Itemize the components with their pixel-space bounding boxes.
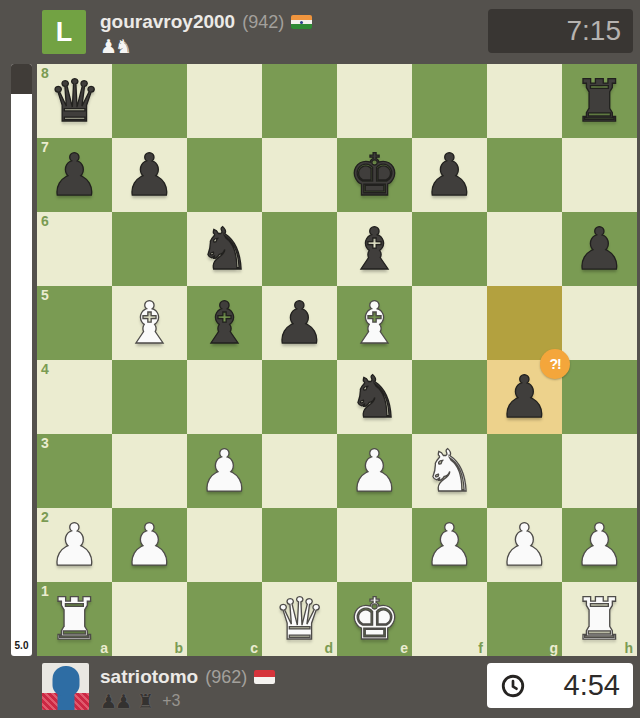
india-flag-icon xyxy=(291,15,312,29)
white-pawn-h2[interactable]: ♟ xyxy=(562,508,637,582)
square-e1[interactable]: e♚ xyxy=(337,582,412,656)
clock-icon xyxy=(500,673,526,699)
square-a5[interactable]: 5 xyxy=(37,286,112,360)
captured-white-knight-icon: ♞ xyxy=(115,36,132,56)
rank-label-1: 1 xyxy=(41,583,49,599)
avatar-letter-label: L xyxy=(56,17,73,48)
material-advantage: +3 xyxy=(162,692,180,710)
square-d6[interactable] xyxy=(262,212,337,286)
inaccuracy-badge: ?! xyxy=(540,349,570,379)
square-e4[interactable]: ♞ xyxy=(337,360,412,434)
white-pawn-c3[interactable]: ♟ xyxy=(187,434,262,508)
square-h8[interactable]: ♜ xyxy=(562,64,637,138)
square-a1[interactable]: 1a♜ xyxy=(37,582,112,656)
rank-label-4: 4 xyxy=(41,361,49,377)
captured-black-pawn-icon: ♟ xyxy=(115,691,132,711)
square-f7[interactable]: ♟ xyxy=(412,138,487,212)
file-label-e: e xyxy=(400,640,408,656)
black-rook-h8[interactable]: ♜ xyxy=(562,64,637,138)
square-g1[interactable]: g xyxy=(487,582,562,656)
top-player-bar: L gouravroy2000 (942) ♟ ♞ 7:15 xyxy=(0,0,640,62)
square-g2[interactable]: ♟ xyxy=(487,508,562,582)
rank-label-2: 2 xyxy=(41,509,49,525)
black-king-e7[interactable]: ♚ xyxy=(337,138,412,212)
square-a3[interactable]: 3 xyxy=(37,434,112,508)
white-bishop-e5[interactable]: ♝ xyxy=(337,286,412,360)
captured-black-rook-icon: ♜ xyxy=(137,691,154,711)
bottom-player-clock: 4:54 xyxy=(487,663,633,708)
file-label-d: d xyxy=(324,640,333,656)
square-b6[interactable] xyxy=(112,212,187,286)
white-pawn-e3[interactable]: ♟ xyxy=(337,434,412,508)
square-a8[interactable]: 8♛ xyxy=(37,64,112,138)
square-h4[interactable] xyxy=(562,360,637,434)
white-pawn-f2[interactable]: ♟ xyxy=(412,508,487,582)
square-d8[interactable] xyxy=(262,64,337,138)
evaluation-bar-black-portion xyxy=(11,64,32,94)
indonesia-flag-icon xyxy=(254,670,275,684)
square-a7[interactable]: 7♟ xyxy=(37,138,112,212)
square-b1[interactable]: b xyxy=(112,582,187,656)
rank-label-3: 3 xyxy=(41,435,49,451)
square-f4[interactable] xyxy=(412,360,487,434)
square-d4[interactable] xyxy=(262,360,337,434)
square-h2[interactable]: ♟ xyxy=(562,508,637,582)
top-player-clock: 7:15 xyxy=(488,9,633,53)
square-e7[interactable]: ♚ xyxy=(337,138,412,212)
square-e2[interactable] xyxy=(337,508,412,582)
bottom-player-username: satriotomo xyxy=(100,666,198,688)
black-pawn-d5[interactable]: ♟ xyxy=(262,286,337,360)
square-e8[interactable] xyxy=(337,64,412,138)
square-a4[interactable]: 4 xyxy=(37,360,112,434)
evaluation-value: 5.0 xyxy=(11,640,32,651)
rank-label-5: 5 xyxy=(41,287,49,303)
top-player-captured-pieces: ♟ ♞ xyxy=(100,35,312,57)
file-label-h: h xyxy=(624,640,633,656)
black-pawn-f7[interactable]: ♟ xyxy=(412,138,487,212)
avatar-head xyxy=(52,666,79,696)
bottom-player-avatar[interactable] xyxy=(42,663,89,710)
black-pawn-h6[interactable]: ♟ xyxy=(562,212,637,286)
file-label-f: f xyxy=(478,640,483,656)
bottom-player-rating: (962) xyxy=(205,667,247,688)
white-knight-f3[interactable]: ♞ xyxy=(412,434,487,508)
square-g8[interactable] xyxy=(487,64,562,138)
square-g6[interactable] xyxy=(487,212,562,286)
file-label-b: b xyxy=(174,640,183,656)
top-player-info[interactable]: gouravroy2000 (942) ♟ ♞ xyxy=(100,11,312,57)
chess-board[interactable]: ?! 8♛♜7♟♟♚♟6♞♝♟5♝♝♟♝4♞♟3♟♟♞2♟♟♟♟♟1a♜bcd♛… xyxy=(37,64,637,656)
top-player-avatar[interactable]: L xyxy=(42,10,86,54)
black-pawn-b7[interactable]: ♟ xyxy=(112,138,187,212)
black-knight-e4[interactable]: ♞ xyxy=(337,360,412,434)
square-h3[interactable] xyxy=(562,434,637,508)
square-b7[interactable]: ♟ xyxy=(112,138,187,212)
square-c8[interactable] xyxy=(187,64,262,138)
square-e6[interactable]: ♝ xyxy=(337,212,412,286)
square-h7[interactable] xyxy=(562,138,637,212)
white-bishop-b5[interactable]: ♝ xyxy=(112,286,187,360)
square-f6[interactable] xyxy=(412,212,487,286)
square-g3[interactable] xyxy=(487,434,562,508)
square-b4[interactable] xyxy=(112,360,187,434)
square-d7[interactable] xyxy=(262,138,337,212)
square-d2[interactable] xyxy=(262,508,337,582)
black-bishop-c5[interactable]: ♝ xyxy=(187,286,262,360)
rank-label-6: 6 xyxy=(41,213,49,229)
square-c1[interactable]: c xyxy=(187,582,262,656)
square-h1[interactable]: h♜ xyxy=(562,582,637,656)
top-player-rating: (942) xyxy=(242,12,284,33)
square-d5[interactable]: ♟ xyxy=(262,286,337,360)
square-c5[interactable]: ♝ xyxy=(187,286,262,360)
square-g7[interactable] xyxy=(487,138,562,212)
top-player-time: 7:15 xyxy=(488,15,633,47)
square-b2[interactable]: ♟ xyxy=(112,508,187,582)
evaluation-bar: 5.0 xyxy=(11,64,32,656)
square-h6[interactable]: ♟ xyxy=(562,212,637,286)
square-f1[interactable]: f xyxy=(412,582,487,656)
white-pawn-g2[interactable]: ♟ xyxy=(487,508,562,582)
square-b8[interactable] xyxy=(112,64,187,138)
square-f8[interactable] xyxy=(412,64,487,138)
bottom-player-info[interactable]: satriotomo (962) ♟ ♟ ♜ +3 xyxy=(100,666,275,712)
square-b3[interactable] xyxy=(112,434,187,508)
rank-label-7: 7 xyxy=(41,139,49,155)
square-c4[interactable] xyxy=(187,360,262,434)
square-d3[interactable] xyxy=(262,434,337,508)
square-c7[interactable] xyxy=(187,138,262,212)
file-label-a: a xyxy=(100,640,108,656)
square-e5[interactable]: ♝ xyxy=(337,286,412,360)
square-e3[interactable]: ♟ xyxy=(337,434,412,508)
top-player-username: gouravroy2000 xyxy=(100,11,235,33)
square-a2[interactable]: 2♟ xyxy=(37,508,112,582)
bottom-player-bar: satriotomo (962) ♟ ♟ ♜ +3 4:54 xyxy=(0,656,640,718)
square-f5[interactable] xyxy=(412,286,487,360)
square-f3[interactable]: ♞ xyxy=(412,434,487,508)
bottom-player-captured-pieces: ♟ ♟ ♜ +3 xyxy=(100,690,275,712)
white-pawn-b2[interactable]: ♟ xyxy=(112,508,187,582)
black-bishop-e6[interactable]: ♝ xyxy=(337,212,412,286)
square-a6[interactable]: 6 xyxy=(37,212,112,286)
bottom-player-time: 4:54 xyxy=(526,669,633,702)
rank-label-8: 8 xyxy=(41,65,49,81)
square-f2[interactable]: ♟ xyxy=(412,508,487,582)
file-label-g: g xyxy=(549,640,558,656)
file-label-c: c xyxy=(250,640,258,656)
square-b5[interactable]: ♝ xyxy=(112,286,187,360)
square-c6[interactable]: ♞ xyxy=(187,212,262,286)
square-c2[interactable] xyxy=(187,508,262,582)
square-h5[interactable] xyxy=(562,286,637,360)
black-knight-c6[interactable]: ♞ xyxy=(187,212,262,286)
square-d1[interactable]: d♛ xyxy=(262,582,337,656)
square-c3[interactable]: ♟ xyxy=(187,434,262,508)
